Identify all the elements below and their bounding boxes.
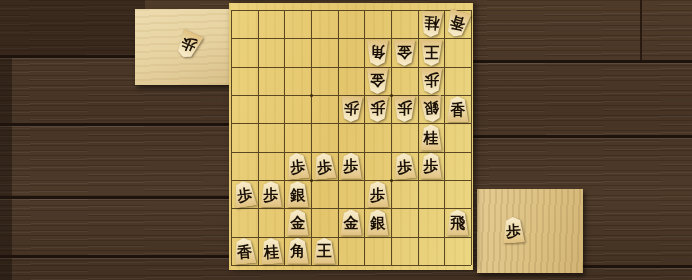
piece-sente-lance-9i[interactable]: 香 bbox=[233, 238, 256, 264]
piece-gote-gold-3b[interactable]: 金 bbox=[393, 40, 416, 66]
piece-gote-pawn-4d[interactable]: 歩 bbox=[366, 96, 389, 122]
piece-gote-pawn-2c[interactable]: 歩 bbox=[420, 68, 443, 94]
plank-seam bbox=[0, 196, 230, 199]
piece-sente-pawn-hand[interactable]: 歩 bbox=[502, 217, 525, 243]
piece-gote-king-2b[interactable]: 王 bbox=[420, 40, 443, 66]
plank-joint bbox=[640, 0, 642, 60]
piece-kanji: 歩 bbox=[260, 181, 283, 207]
piece-sente-pawn-4g[interactable]: 歩 bbox=[366, 181, 389, 207]
grid-line-vertical bbox=[231, 10, 232, 265]
hoshi-point bbox=[310, 179, 313, 182]
piece-kanji: 歩 bbox=[392, 152, 417, 180]
plank-seam bbox=[472, 135, 692, 138]
piece-kanji: 歩 bbox=[285, 152, 311, 180]
piece-gote-pawn-3d[interactable]: 歩 bbox=[393, 96, 416, 122]
plank-dark-patch bbox=[0, 0, 145, 56]
piece-sente-pawn-9g[interactable]: 歩 bbox=[233, 181, 256, 207]
piece-gote-knight-2a[interactable]: 桂 bbox=[420, 11, 443, 37]
piece-kanji: 歩 bbox=[172, 28, 204, 61]
piece-kanji: 歩 bbox=[339, 96, 363, 123]
piece-kanji: 桂 bbox=[259, 237, 283, 264]
piece-kanji: 歩 bbox=[366, 181, 389, 207]
piece-kanji: 飛 bbox=[446, 210, 469, 236]
grid-line-vertical bbox=[471, 10, 472, 265]
piece-kanji: 金 bbox=[286, 210, 309, 236]
piece-sente-pawn-8g[interactable]: 歩 bbox=[260, 181, 283, 207]
piece-kanji: 歩 bbox=[340, 153, 363, 179]
piece-kanji: 銀 bbox=[286, 181, 309, 207]
piece-sente-bishop-7i[interactable]: 角 bbox=[286, 238, 309, 264]
piece-kanji: 王 bbox=[420, 40, 443, 66]
piece-kanji: 角 bbox=[366, 40, 389, 66]
piece-gote-lance-1a[interactable]: 香 bbox=[446, 11, 469, 37]
hoshi-point bbox=[390, 179, 393, 182]
sente-komadai bbox=[477, 189, 583, 273]
piece-kanji: 歩 bbox=[420, 153, 443, 179]
piece-kanji: 銀 bbox=[366, 210, 389, 236]
grid-line-vertical bbox=[258, 10, 259, 265]
piece-sente-silver-4h[interactable]: 銀 bbox=[366, 210, 389, 236]
piece-sente-knight-8i[interactable]: 桂 bbox=[260, 238, 283, 264]
piece-kanji: 歩 bbox=[231, 180, 257, 209]
grid-line-vertical bbox=[444, 10, 445, 265]
piece-kanji: 歩 bbox=[393, 96, 416, 122]
table-edge-shadow bbox=[0, 56, 12, 280]
plank-seam bbox=[580, 265, 692, 268]
grid-line-vertical bbox=[284, 10, 285, 265]
piece-kanji: 金 bbox=[366, 68, 389, 94]
piece-kanji: 桂 bbox=[420, 125, 443, 151]
piece-kanji: 歩 bbox=[366, 96, 389, 122]
hoshi-point bbox=[310, 94, 313, 97]
grid-line-horizontal bbox=[231, 265, 471, 266]
piece-sente-pawn-6f[interactable]: 歩 bbox=[313, 153, 336, 179]
plank-seam bbox=[0, 123, 230, 126]
piece-kanji: 歩 bbox=[312, 152, 337, 180]
piece-gote-bishop-4b[interactable]: 角 bbox=[366, 40, 389, 66]
piece-kanji: 香 bbox=[446, 96, 469, 122]
plank-seam bbox=[0, 255, 230, 258]
piece-kanji: 王 bbox=[313, 238, 336, 264]
piece-sente-pawn-3f[interactable]: 歩 bbox=[393, 153, 416, 179]
piece-kanji: 香 bbox=[443, 9, 472, 40]
piece-kanji: 角 bbox=[286, 238, 309, 264]
grid-line-vertical bbox=[311, 10, 312, 265]
plank-seam bbox=[470, 60, 692, 63]
piece-gote-gold-4c[interactable]: 金 bbox=[366, 68, 389, 94]
shogi-board: 香桂王金角歩金銀歩歩歩香桂歩歩歩歩歩歩銀歩歩飛銀金金王角桂香 bbox=[229, 3, 473, 270]
piece-gote-pawn-hand[interactable]: 歩 bbox=[177, 32, 200, 58]
piece-gote-pawn-5d[interactable]: 歩 bbox=[340, 96, 363, 122]
piece-kanji: 銀 bbox=[418, 95, 444, 123]
piece-kanji: 金 bbox=[340, 210, 363, 236]
piece-sente-gold-5h[interactable]: 金 bbox=[340, 210, 363, 236]
piece-sente-pawn-2f[interactable]: 歩 bbox=[420, 153, 443, 179]
piece-sente-silver-7g[interactable]: 銀 bbox=[286, 181, 309, 207]
piece-kanji: 歩 bbox=[420, 68, 443, 94]
piece-kanji: 歩 bbox=[501, 216, 525, 243]
piece-sente-pawn-7f[interactable]: 歩 bbox=[286, 153, 309, 179]
piece-sente-knight-2e[interactable]: 桂 bbox=[420, 125, 443, 151]
piece-sente-gold-7h[interactable]: 金 bbox=[286, 210, 309, 236]
piece-gote-silver-2d[interactable]: 銀 bbox=[420, 96, 443, 122]
piece-kanji: 桂 bbox=[419, 10, 444, 38]
piece-sente-king-6i[interactable]: 王 bbox=[313, 238, 336, 264]
piece-sente-pawn-5f[interactable]: 歩 bbox=[340, 153, 363, 179]
piece-sente-lance-1d[interactable]: 香 bbox=[446, 96, 469, 122]
grid-line-vertical bbox=[364, 10, 365, 265]
piece-sente-rook-1h[interactable]: 飛 bbox=[446, 210, 469, 236]
piece-kanji: 金 bbox=[393, 40, 416, 66]
piece-kanji: 香 bbox=[232, 237, 257, 265]
